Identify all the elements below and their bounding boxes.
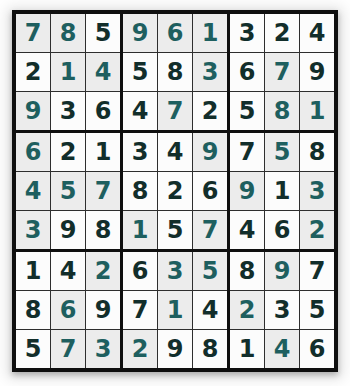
cell-r1c3[interactable]: 5 — [86, 14, 120, 52]
cell-r3c2[interactable]: 3 — [51, 92, 85, 130]
cell-r7c7[interactable]: 8 — [230, 252, 264, 290]
cell-r8c4[interactable]: 7 — [123, 291, 157, 329]
cell-r1c5[interactable]: 6 — [158, 14, 192, 52]
cell-r9c6[interactable]: 8 — [193, 330, 227, 368]
cell-r7c2[interactable]: 4 — [51, 252, 85, 290]
cell-r2c4[interactable]: 5 — [123, 53, 157, 91]
sudoku-box-9: 897235146 — [230, 252, 334, 368]
cell-r7c4[interactable]: 6 — [123, 252, 157, 290]
cell-r3c5[interactable]: 7 — [158, 92, 192, 130]
cell-r6c6[interactable]: 7 — [193, 211, 227, 249]
cell-r3c4[interactable]: 4 — [123, 92, 157, 130]
cell-r1c7[interactable]: 3 — [230, 14, 264, 52]
sudoku-box-7: 142869573 — [16, 252, 120, 368]
cell-r7c6[interactable]: 5 — [193, 252, 227, 290]
cell-r5c2[interactable]: 5 — [51, 172, 85, 210]
cell-r7c1[interactable]: 1 — [16, 252, 50, 290]
cell-r9c3[interactable]: 3 — [86, 330, 120, 368]
cell-r8c1[interactable]: 8 — [16, 291, 50, 329]
cell-r2c3[interactable]: 4 — [86, 53, 120, 91]
cell-r4c8[interactable]: 5 — [265, 133, 299, 171]
cell-r5c9[interactable]: 3 — [300, 172, 334, 210]
cell-r2c6[interactable]: 3 — [193, 53, 227, 91]
cell-r8c9[interactable]: 5 — [300, 291, 334, 329]
cell-r5c6[interactable]: 6 — [193, 172, 227, 210]
cell-r6c7[interactable]: 4 — [230, 211, 264, 249]
cell-r2c1[interactable]: 2 — [16, 53, 50, 91]
cell-r5c3[interactable]: 7 — [86, 172, 120, 210]
cell-r4c5[interactable]: 4 — [158, 133, 192, 171]
sudoku-box-5: 349826157 — [123, 133, 227, 249]
cell-r3c7[interactable]: 5 — [230, 92, 264, 130]
cell-r6c8[interactable]: 6 — [265, 211, 299, 249]
cell-r2c7[interactable]: 6 — [230, 53, 264, 91]
cell-r1c4[interactable]: 9 — [123, 14, 157, 52]
cell-r7c9[interactable]: 7 — [300, 252, 334, 290]
page-background: 7852149369615834723246795816214573983498… — [0, 0, 350, 386]
cell-r1c1[interactable]: 7 — [16, 14, 50, 52]
cell-r2c9[interactable]: 9 — [300, 53, 334, 91]
cell-r3c8[interactable]: 8 — [265, 92, 299, 130]
cell-r5c5[interactable]: 2 — [158, 172, 192, 210]
sudoku-box-8: 635714298 — [123, 252, 227, 368]
sudoku-board: 7852149369615834723246795816214573983498… — [12, 10, 338, 372]
cell-r4c4[interactable]: 3 — [123, 133, 157, 171]
cell-r2c2[interactable]: 1 — [51, 53, 85, 91]
cell-r2c5[interactable]: 8 — [158, 53, 192, 91]
cell-r9c1[interactable]: 5 — [16, 330, 50, 368]
cell-r6c1[interactable]: 3 — [16, 211, 50, 249]
cell-r3c9[interactable]: 1 — [300, 92, 334, 130]
cell-r5c1[interactable]: 4 — [16, 172, 50, 210]
cell-r1c8[interactable]: 2 — [265, 14, 299, 52]
cell-r5c4[interactable]: 8 — [123, 172, 157, 210]
cell-r9c5[interactable]: 9 — [158, 330, 192, 368]
cell-r6c9[interactable]: 2 — [300, 211, 334, 249]
cell-r8c2[interactable]: 6 — [51, 291, 85, 329]
cell-r3c1[interactable]: 9 — [16, 92, 50, 130]
sudoku-box-2: 961583472 — [123, 14, 227, 130]
cell-r1c2[interactable]: 8 — [51, 14, 85, 52]
cell-r8c6[interactable]: 4 — [193, 291, 227, 329]
cell-r4c1[interactable]: 6 — [16, 133, 50, 171]
cell-r1c6[interactable]: 1 — [193, 14, 227, 52]
cell-r4c9[interactable]: 8 — [300, 133, 334, 171]
sudoku-box-6: 758913462 — [230, 133, 334, 249]
cell-r6c5[interactable]: 5 — [158, 211, 192, 249]
sudoku-box-3: 324679581 — [230, 14, 334, 130]
cell-r1c9[interactable]: 4 — [300, 14, 334, 52]
cell-r7c5[interactable]: 3 — [158, 252, 192, 290]
cell-r8c8[interactable]: 3 — [265, 291, 299, 329]
cell-r6c2[interactable]: 9 — [51, 211, 85, 249]
cell-r9c7[interactable]: 1 — [230, 330, 264, 368]
cell-r9c9[interactable]: 6 — [300, 330, 334, 368]
cell-r8c3[interactable]: 9 — [86, 291, 120, 329]
sudoku-box-4: 621457398 — [16, 133, 120, 249]
cell-r4c3[interactable]: 1 — [86, 133, 120, 171]
cell-r6c4[interactable]: 1 — [123, 211, 157, 249]
cell-r4c2[interactable]: 2 — [51, 133, 85, 171]
cell-r3c6[interactable]: 2 — [193, 92, 227, 130]
cell-r3c3[interactable]: 6 — [86, 92, 120, 130]
cell-r9c4[interactable]: 2 — [123, 330, 157, 368]
cell-r8c7[interactable]: 2 — [230, 291, 264, 329]
cell-r8c5[interactable]: 1 — [158, 291, 192, 329]
cell-r9c2[interactable]: 7 — [51, 330, 85, 368]
cell-r7c8[interactable]: 9 — [265, 252, 299, 290]
sudoku-box-1: 785214936 — [16, 14, 120, 130]
cell-r4c6[interactable]: 9 — [193, 133, 227, 171]
cell-r7c3[interactable]: 2 — [86, 252, 120, 290]
cell-r6c3[interactable]: 8 — [86, 211, 120, 249]
cell-r5c8[interactable]: 1 — [265, 172, 299, 210]
cell-r2c8[interactable]: 7 — [265, 53, 299, 91]
cell-r5c7[interactable]: 9 — [230, 172, 264, 210]
cell-r4c7[interactable]: 7 — [230, 133, 264, 171]
cell-r9c8[interactable]: 4 — [265, 330, 299, 368]
